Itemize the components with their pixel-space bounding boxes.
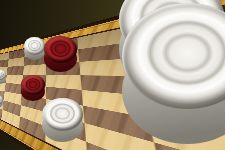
checker-red[interactable] [21, 75, 45, 100]
checker-white[interactable] [42, 98, 83, 141]
checker-white[interactable] [122, 3, 225, 139]
checker-red[interactable] [44, 36, 77, 70]
square[interactable] [7, 66, 24, 75]
checker-top [21, 75, 45, 95]
checkers-scene [0, 0, 225, 150]
checker-white[interactable] [0, 95, 3, 108]
checker-white[interactable] [0, 70, 6, 83]
checker-top [44, 36, 77, 63]
